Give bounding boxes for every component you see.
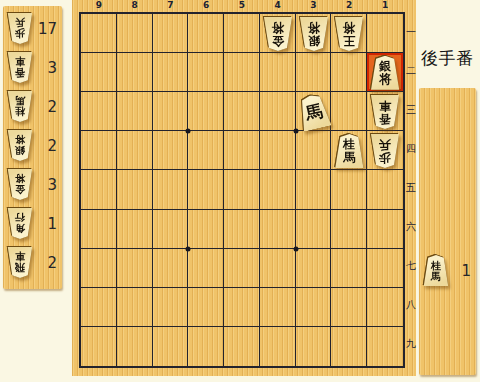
board-cell-9五[interactable] — [81, 170, 117, 209]
piece-sente-promoted-bishop[interactable]: 馬 — [299, 95, 329, 129]
board-cell-9八[interactable] — [81, 288, 117, 327]
piece-gote-king[interactable]: 王将 — [334, 17, 364, 51]
file-label-5: 5 — [224, 0, 260, 11]
board-cell-6七[interactable] — [188, 249, 224, 288]
board-cell-8三[interactable] — [117, 92, 153, 131]
piece-sente-knight[interactable]: 桂馬 — [419, 255, 449, 286]
board-cell-1八[interactable] — [367, 288, 403, 327]
star-point — [293, 246, 298, 251]
board-cell-2二[interactable] — [331, 53, 367, 92]
board-cell-8一[interactable] — [117, 14, 153, 53]
board-cell-1九[interactable] — [367, 327, 403, 366]
board-cell-4五[interactable] — [260, 170, 296, 209]
board-cell-2六[interactable] — [331, 210, 367, 249]
board-cell-6一[interactable] — [188, 14, 224, 53]
rank-label-8: 八 — [405, 286, 417, 325]
piece-sente-silver-general[interactable]: 銀将 — [370, 56, 400, 90]
rank-label-3: 三 — [405, 90, 417, 129]
board-cell-6五[interactable] — [188, 170, 224, 209]
star-point — [186, 246, 191, 251]
gote-hand-count-lance: 3 — [47, 59, 57, 77]
board-cell-5一[interactable] — [224, 14, 260, 53]
piece-gote-gold-general[interactable]: 金将 — [263, 17, 293, 51]
sente-hand-count-knight: 1 — [461, 262, 471, 280]
board-cell-2三[interactable] — [331, 92, 367, 131]
gote-hand-row-lance: 香車3 — [3, 48, 62, 87]
piece-gote-bishop[interactable]: 角行 — [3, 208, 33, 239]
gote-hand-tray: 歩兵17香車3桂馬2銀将2金将3角行1飛車2 — [3, 6, 62, 289]
shogi-app: 歩兵17香車3桂馬2銀将2金将3角行1飛車2 987654321 一二三四五六七… — [0, 0, 480, 382]
file-label-9: 9 — [81, 0, 117, 11]
board-cell-2九[interactable] — [331, 327, 367, 366]
piece-sente-knight[interactable]: 桂馬 — [334, 134, 364, 168]
gote-hand-count-rook: 2 — [47, 254, 57, 272]
piece-gote-knight[interactable]: 桂馬 — [3, 91, 33, 122]
board-cell-2八[interactable] — [331, 288, 367, 327]
file-label-7: 7 — [153, 0, 189, 11]
board-cell-4六[interactable] — [260, 210, 296, 249]
gote-hand-count-bishop: 1 — [47, 215, 57, 233]
rank-label-1: 一 — [405, 12, 417, 51]
gote-hand-count-knight: 2 — [47, 98, 57, 116]
board-cell-7七[interactable] — [153, 249, 189, 288]
piece-gote-silver-general[interactable]: 銀将 — [3, 130, 33, 161]
board-cell-2五[interactable] — [331, 170, 367, 209]
turn-indicator: 後手番 — [421, 47, 474, 70]
board-cell-6四[interactable] — [188, 131, 224, 170]
board-cell-6九[interactable] — [188, 327, 224, 366]
rank-label-9: 九 — [405, 325, 417, 364]
board-cell-6六[interactable] — [188, 210, 224, 249]
rank-labels: 一二三四五六七八九 — [405, 12, 417, 368]
board-cell-5六[interactable] — [224, 210, 260, 249]
board-cell-5四[interactable] — [224, 131, 260, 170]
board-cell-3二[interactable] — [296, 53, 332, 92]
board-cell-8四[interactable] — [117, 131, 153, 170]
gote-hand-count-gold-general: 3 — [47, 176, 57, 194]
board-cell-9一[interactable] — [81, 14, 117, 53]
file-labels: 987654321 — [81, 0, 403, 11]
board-cell-5五[interactable] — [224, 170, 260, 209]
file-label-1: 1 — [367, 0, 403, 11]
board-cell-9六[interactable] — [81, 210, 117, 249]
board-cell-9二[interactable] — [81, 53, 117, 92]
rank-label-5: 五 — [405, 168, 417, 207]
gote-hand-row-bishop: 角行1 — [3, 204, 62, 243]
board-cell-4九[interactable] — [260, 327, 296, 366]
board-cell-7一[interactable] — [153, 14, 189, 53]
board-cell-8九[interactable] — [117, 327, 153, 366]
board-cell-3六[interactable] — [296, 210, 332, 249]
gote-hand-row-silver-general: 銀将2 — [3, 126, 62, 165]
gote-hand-count-silver-general: 2 — [47, 137, 57, 155]
sente-hand-row-knight: 桂馬1 — [419, 251, 476, 290]
board-cell-9四[interactable] — [81, 131, 117, 170]
board-cell-3九[interactable] — [296, 327, 332, 366]
board-cell-1五[interactable] — [367, 170, 403, 209]
gote-hand-count-pawn: 17 — [38, 20, 57, 38]
gote-hand-row-rook: 飛車2 — [3, 243, 62, 282]
board-cell-7二[interactable] — [153, 53, 189, 92]
board-cell-7九[interactable] — [153, 327, 189, 366]
board-cell-3七[interactable] — [296, 249, 332, 288]
gote-hand-row-knight: 桂馬2 — [3, 87, 62, 126]
sente-hand-tray: 桂馬1 — [419, 88, 476, 375]
rank-label-6: 六 — [405, 207, 417, 246]
board-cell-5九[interactable] — [224, 327, 260, 366]
board-cell-7六[interactable] — [153, 210, 189, 249]
gote-hand-row-pawn: 歩兵17 — [3, 9, 62, 48]
file-label-6: 6 — [188, 0, 224, 11]
board-cell-5七[interactable] — [224, 249, 260, 288]
rank-label-4: 四 — [405, 129, 417, 168]
board-cell-7八[interactable] — [153, 288, 189, 327]
board-cell-8二[interactable] — [117, 53, 153, 92]
board-cell-7四[interactable] — [153, 131, 189, 170]
board-cell-4二[interactable] — [260, 53, 296, 92]
board-cell-3八[interactable] — [296, 288, 332, 327]
rank-label-7: 七 — [405, 247, 417, 286]
shogi-board: 987654321 一二三四五六七八九 金将銀将王将銀将馬香車桂馬歩兵 — [72, 0, 416, 376]
board-cell-5二[interactable] — [224, 53, 260, 92]
board-cell-7五[interactable] — [153, 170, 189, 209]
board-cell-2七[interactable] — [331, 249, 367, 288]
board-cell-6三[interactable] — [188, 92, 224, 131]
star-point — [186, 129, 191, 134]
board-cell-6二[interactable] — [188, 53, 224, 92]
board-cell-8八[interactable] — [117, 288, 153, 327]
piece-gote-rook[interactable]: 飛車 — [3, 247, 33, 278]
board-cell-1七[interactable] — [367, 249, 403, 288]
board-cell-5八[interactable] — [224, 288, 260, 327]
file-label-2: 2 — [331, 0, 367, 11]
board-cell-9九[interactable] — [81, 327, 117, 366]
piece-gote-lance[interactable]: 香車 — [3, 52, 33, 83]
rank-label-2: 二 — [405, 51, 417, 90]
board-cell-4三[interactable] — [260, 92, 296, 131]
board-grid — [79, 12, 405, 368]
star-point — [293, 129, 298, 134]
board-cell-4七[interactable] — [260, 249, 296, 288]
board-cell-8五[interactable] — [117, 170, 153, 209]
file-label-3: 3 — [296, 0, 332, 11]
board-cell-9三[interactable] — [81, 92, 117, 131]
board-cell-3四[interactable] — [296, 131, 332, 170]
piece-gote-pawn[interactable]: 歩兵 — [3, 13, 33, 44]
piece-gote-lance[interactable]: 香車 — [370, 95, 400, 129]
piece-gote-silver-general[interactable]: 銀将 — [299, 17, 329, 51]
gote-hand-row-gold-general: 金将3 — [3, 165, 62, 204]
board-cell-6八[interactable] — [188, 288, 224, 327]
file-label-4: 4 — [260, 0, 296, 11]
board-cell-4八[interactable] — [260, 288, 296, 327]
board-cell-1六[interactable] — [367, 210, 403, 249]
board-cell-8六[interactable] — [117, 210, 153, 249]
board-cell-3五[interactable] — [296, 170, 332, 209]
board-cell-7三[interactable] — [153, 92, 189, 131]
piece-gote-gold-general[interactable]: 金将 — [3, 169, 33, 200]
board-cell-8七[interactable] — [117, 249, 153, 288]
file-label-8: 8 — [117, 0, 153, 11]
board-cell-5三[interactable] — [224, 92, 260, 131]
piece-gote-pawn[interactable]: 歩兵 — [370, 134, 400, 168]
board-cell-4四[interactable] — [260, 131, 296, 170]
board-cell-9七[interactable] — [81, 249, 117, 288]
board-cell-1一[interactable] — [367, 14, 403, 53]
